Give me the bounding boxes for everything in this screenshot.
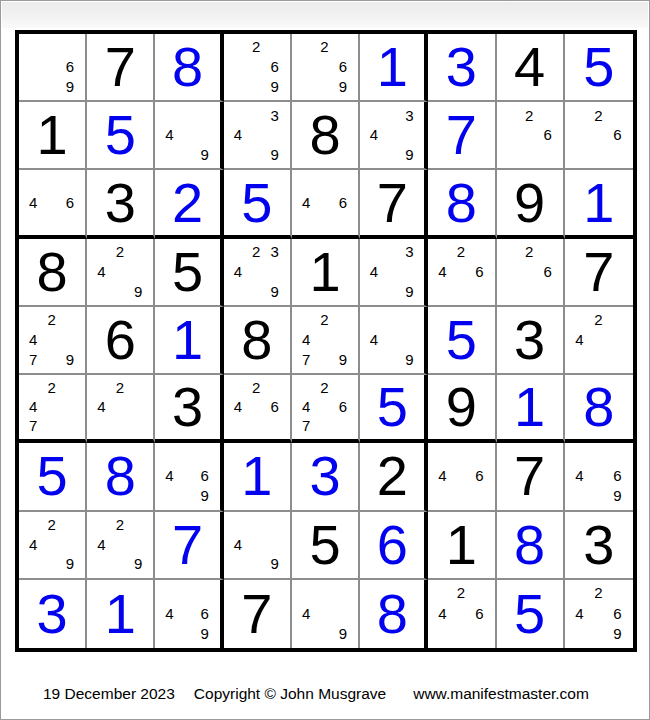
candidate-2: 2 — [247, 378, 265, 397]
cell-r9c7[interactable]: 246 — [428, 580, 496, 648]
cell-r3c8[interactable]: 9 — [497, 170, 565, 238]
candidate-grid: 26 — [497, 239, 563, 305]
cell-r4c8[interactable]: 26 — [497, 239, 565, 307]
candidate-grid: 269 — [292, 34, 358, 100]
candidate-6: 6 — [538, 261, 556, 281]
candidate-6: 6 — [61, 57, 79, 77]
cell-r5c5[interactable]: 2479 — [292, 307, 360, 375]
candidate-4: 4 — [229, 125, 247, 145]
candidate-grid: 249 — [87, 239, 153, 305]
cell-r6c4[interactable]: 246 — [224, 375, 292, 443]
cell-value: 3 — [514, 312, 545, 368]
cell-r7c5[interactable]: 3 — [292, 443, 360, 511]
cell-value: 1 — [37, 107, 68, 163]
cell-value: 9 — [446, 379, 477, 435]
cell-r6c9[interactable]: 8 — [565, 375, 633, 443]
cell-r8c3[interactable]: 7 — [155, 512, 223, 580]
candidate-9: 9 — [334, 624, 352, 644]
cell-r2c7[interactable]: 7 — [428, 102, 496, 170]
candidate-2: 2 — [42, 378, 60, 397]
cell-r8c1[interactable]: 249 — [19, 512, 87, 580]
candidate-4: 4 — [229, 534, 247, 554]
cell-r9c9[interactable]: 2469 — [565, 580, 633, 648]
cell-r3c6[interactable]: 7 — [360, 170, 428, 238]
cell-r5c6[interactable]: 49 — [360, 307, 428, 375]
cell-r3c5[interactable]: 46 — [292, 170, 360, 238]
cell-value: 8 — [37, 244, 68, 300]
sudoku-grid: 6978269269134515493498349726264632546789… — [15, 30, 637, 652]
candidate-9: 9 — [196, 486, 214, 506]
cell-value: 8 — [446, 175, 477, 231]
footer-copyright: Copyright © John Musgrave — [194, 685, 386, 702]
candidate-9: 9 — [265, 554, 283, 574]
cell-r7c8[interactable]: 7 — [497, 443, 565, 511]
candidate-grid: 349 — [360, 239, 424, 305]
cell-value: 2 — [172, 175, 203, 231]
cell-value: 6 — [105, 312, 136, 368]
cell-value: 8 — [105, 448, 136, 504]
cell-r6c6[interactable]: 5 — [360, 375, 428, 443]
cell-r5c9[interactable]: 24 — [565, 307, 633, 375]
candidate-4: 4 — [229, 397, 247, 416]
cell-value: 7 — [583, 244, 614, 300]
candidate-6: 6 — [334, 193, 352, 212]
cell-r7c2[interactable]: 8 — [87, 443, 155, 511]
cell-r2c6[interactable]: 349 — [360, 102, 428, 170]
candidate-4: 4 — [160, 466, 178, 486]
cell-value: 8 — [583, 379, 614, 435]
candidate-2: 2 — [42, 515, 60, 535]
candidate-2: 2 — [315, 378, 333, 397]
candidate-grid: 249 — [19, 512, 85, 578]
candidate-grid: 46 — [292, 170, 358, 234]
candidate-grid: 469 — [565, 443, 633, 509]
cell-value: 1 — [105, 586, 136, 642]
cell-r1c7[interactable]: 3 — [428, 34, 496, 102]
candidate-4: 4 — [297, 330, 315, 350]
cell-r8c7[interactable]: 1 — [428, 512, 496, 580]
cell-value: 1 — [172, 312, 203, 368]
cell-r3c1[interactable]: 46 — [19, 170, 87, 238]
cell-r5c8[interactable]: 3 — [497, 307, 565, 375]
cell-r8c4[interactable]: 49 — [224, 512, 292, 580]
cell-r9c2[interactable]: 1 — [87, 580, 155, 648]
cell-value: 3 — [37, 586, 68, 642]
cell-value: 7 — [514, 448, 545, 504]
cell-r1c6[interactable]: 1 — [360, 34, 428, 102]
candidate-6: 6 — [470, 261, 488, 281]
candidate-2: 2 — [589, 105, 608, 125]
cell-r1c9[interactable]: 5 — [565, 34, 633, 102]
cell-r4c9[interactable]: 7 — [565, 239, 633, 307]
cell-r9c1[interactable]: 3 — [19, 580, 87, 648]
candidate-2: 2 — [452, 583, 470, 603]
candidate-7: 7 — [297, 416, 315, 435]
cell-value: 7 — [241, 586, 272, 642]
candidate-grid: 247 — [19, 375, 85, 439]
title-bar — [2, 2, 648, 28]
candidate-2: 2 — [111, 242, 129, 262]
candidate-4: 4 — [433, 261, 451, 281]
candidate-grid: 2469 — [565, 580, 633, 648]
candidate-6: 6 — [608, 603, 627, 623]
candidate-2: 2 — [589, 583, 608, 603]
cell-value: 5 — [172, 244, 203, 300]
candidate-2: 2 — [520, 242, 538, 262]
candidate-grid: 46 — [428, 443, 494, 509]
candidate-9: 9 — [401, 145, 419, 165]
candidate-4: 4 — [365, 330, 383, 350]
candidate-6: 6 — [196, 603, 214, 623]
cell-r6c2[interactable]: 24 — [87, 375, 155, 443]
candidate-4: 4 — [160, 125, 178, 145]
cell-r4c7[interactable]: 246 — [428, 239, 496, 307]
candidate-6: 6 — [608, 466, 627, 486]
candidate-9: 9 — [61, 76, 79, 96]
candidate-7: 7 — [24, 349, 42, 369]
cell-r3c7[interactable]: 8 — [428, 170, 496, 238]
candidate-grid: 2467 — [292, 375, 358, 439]
cell-value: 8 — [514, 517, 545, 573]
cell-r3c9[interactable]: 1 — [565, 170, 633, 238]
candidate-grid: 24 — [87, 375, 153, 439]
candidate-4: 4 — [433, 466, 451, 486]
candidate-2: 2 — [315, 310, 333, 330]
candidate-2: 2 — [247, 242, 265, 262]
candidate-9: 9 — [401, 349, 419, 369]
cell-r2c2[interactable]: 5 — [87, 102, 155, 170]
candidate-grid: 69 — [19, 34, 85, 100]
candidate-grid: 46 — [19, 170, 85, 234]
cell-r3c3[interactable]: 2 — [155, 170, 223, 238]
cell-value: 3 — [446, 39, 477, 95]
candidate-6: 6 — [608, 125, 627, 145]
candidate-4: 4 — [433, 603, 451, 623]
cell-r5c7[interactable]: 5 — [428, 307, 496, 375]
candidate-grid: 26 — [497, 102, 563, 168]
cell-r2c9[interactable]: 26 — [565, 102, 633, 170]
cell-r6c5[interactable]: 2467 — [292, 375, 360, 443]
cell-r7c3[interactable]: 469 — [155, 443, 223, 511]
cell-r4c5[interactable]: 1 — [292, 239, 360, 307]
candidate-9: 9 — [265, 145, 283, 165]
candidate-grid: 49 — [360, 307, 424, 373]
candidate-9: 9 — [401, 281, 419, 301]
candidate-4: 4 — [297, 397, 315, 416]
candidate-grid: 246 — [428, 580, 494, 648]
candidate-6: 6 — [334, 397, 352, 416]
cell-r4c6[interactable]: 349 — [360, 239, 428, 307]
candidate-3: 3 — [265, 242, 283, 262]
candidate-4: 4 — [365, 125, 383, 145]
cell-value: 5 — [446, 312, 477, 368]
candidate-9: 9 — [265, 76, 283, 96]
cell-r4c4[interactable]: 2349 — [224, 239, 292, 307]
cell-r7c7[interactable]: 46 — [428, 443, 496, 511]
candidate-4: 4 — [24, 193, 42, 212]
candidate-2: 2 — [42, 310, 60, 330]
puzzle-page: 6978269269134515493498349726264632546789… — [0, 0, 650, 720]
cell-value: 8 — [309, 107, 340, 163]
cell-r9c6[interactable]: 8 — [360, 580, 428, 648]
cell-r7c1[interactable]: 5 — [19, 443, 87, 511]
cell-r1c8[interactable]: 4 — [497, 34, 565, 102]
candidate-9: 9 — [196, 145, 214, 165]
candidate-grid: 249 — [87, 512, 153, 578]
candidate-7: 7 — [297, 349, 315, 369]
cell-value: 3 — [105, 175, 136, 231]
candidate-9: 9 — [608, 486, 627, 506]
candidate-9: 9 — [608, 624, 627, 644]
candidate-9: 9 — [334, 76, 352, 96]
cell-r2c4[interactable]: 349 — [224, 102, 292, 170]
candidate-7: 7 — [24, 416, 42, 435]
candidate-grid: 49 — [224, 512, 290, 578]
cell-value: 5 — [105, 107, 136, 163]
candidate-grid: 469 — [155, 580, 219, 648]
cell-value: 1 — [583, 175, 614, 231]
cell-r6c7[interactable]: 9 — [428, 375, 496, 443]
cell-value: 5 — [241, 175, 272, 231]
candidate-4: 4 — [229, 261, 247, 281]
cell-r5c1[interactable]: 2479 — [19, 307, 87, 375]
cell-value: 5 — [377, 379, 408, 435]
cell-r7c6[interactable]: 2 — [360, 443, 428, 511]
cell-r4c2[interactable]: 249 — [87, 239, 155, 307]
cell-value: 7 — [172, 517, 203, 573]
cell-r8c8[interactable]: 8 — [497, 512, 565, 580]
candidate-3: 3 — [401, 105, 419, 125]
cell-r5c2[interactable]: 6 — [87, 307, 155, 375]
cell-r2c5[interactable]: 8 — [292, 102, 360, 170]
candidate-grid: 24 — [565, 307, 633, 373]
candidate-6: 6 — [196, 466, 214, 486]
candidate-2: 2 — [315, 37, 333, 57]
candidate-6: 6 — [470, 466, 488, 486]
cell-r5c3[interactable]: 1 — [155, 307, 223, 375]
cell-r1c2[interactable]: 7 — [87, 34, 155, 102]
cell-value: 7 — [377, 175, 408, 231]
cell-value: 1 — [241, 448, 272, 504]
candidate-2: 2 — [111, 515, 129, 535]
cell-r9c3[interactable]: 469 — [155, 580, 223, 648]
cell-value: 5 — [309, 517, 340, 573]
cell-value: 1 — [309, 244, 340, 300]
cell-value: 1 — [377, 39, 408, 95]
candidate-9: 9 — [61, 554, 79, 574]
cell-r9c5[interactable]: 49 — [292, 580, 360, 648]
cell-value: 1 — [514, 379, 545, 435]
cell-r2c3[interactable]: 49 — [155, 102, 223, 170]
candidate-4: 4 — [570, 603, 589, 623]
cell-r4c3[interactable]: 5 — [155, 239, 223, 307]
candidate-grid: 246 — [224, 375, 290, 439]
candidate-6: 6 — [265, 397, 283, 416]
cell-r2c1[interactable]: 1 — [19, 102, 87, 170]
candidate-4: 4 — [160, 603, 178, 623]
cell-r1c1[interactable]: 69 — [19, 34, 87, 102]
cell-value: 4 — [514, 39, 545, 95]
candidate-9: 9 — [196, 624, 214, 644]
cell-r8c6[interactable]: 6 — [360, 512, 428, 580]
cell-value: 5 — [37, 448, 68, 504]
candidate-6: 6 — [470, 603, 488, 623]
cell-value: 7 — [105, 39, 136, 95]
candidate-4: 4 — [92, 397, 110, 416]
candidate-4: 4 — [365, 261, 383, 281]
cell-value: 2 — [377, 448, 408, 504]
cell-value: 8 — [241, 312, 272, 368]
candidate-grid: 349 — [224, 102, 290, 168]
footer-site-url: www.manifestmaster.com — [413, 685, 589, 702]
candidate-9: 9 — [334, 349, 352, 369]
candidate-2: 2 — [247, 37, 265, 57]
candidate-4: 4 — [92, 261, 110, 281]
candidate-4: 4 — [24, 397, 42, 416]
cell-r4c1[interactable]: 8 — [19, 239, 87, 307]
cell-value: 3 — [583, 517, 614, 573]
candidate-9: 9 — [61, 349, 79, 369]
candidate-2: 2 — [589, 310, 608, 330]
candidate-6: 6 — [61, 193, 79, 212]
cell-r3c2[interactable]: 3 — [87, 170, 155, 238]
candidate-grid: 269 — [224, 34, 290, 100]
cell-r3c4[interactable]: 5 — [224, 170, 292, 238]
cell-value: 8 — [377, 586, 408, 642]
cell-r7c4[interactable]: 1 — [224, 443, 292, 511]
cell-r7c9[interactable]: 469 — [565, 443, 633, 511]
candidate-2: 2 — [452, 242, 470, 262]
candidate-6: 6 — [265, 57, 283, 77]
cell-r1c3[interactable]: 8 — [155, 34, 223, 102]
cell-r6c3[interactable]: 3 — [155, 375, 223, 443]
cell-value: 9 — [514, 175, 545, 231]
candidate-grid: 246 — [428, 239, 494, 305]
cell-r5c4[interactable]: 8 — [224, 307, 292, 375]
cell-value: 1 — [446, 517, 477, 573]
candidate-grid: 49 — [292, 580, 358, 648]
candidate-grid: 2479 — [292, 307, 358, 373]
cell-value: 5 — [514, 586, 545, 642]
cell-value: 3 — [172, 379, 203, 435]
cell-value: 3 — [309, 448, 340, 504]
candidate-4: 4 — [92, 534, 110, 554]
candidate-9: 9 — [265, 281, 283, 301]
cell-r6c1[interactable]: 247 — [19, 375, 87, 443]
cell-value: 7 — [446, 107, 477, 163]
candidate-4: 4 — [24, 534, 42, 554]
cell-r1c5[interactable]: 269 — [292, 34, 360, 102]
candidate-3: 3 — [265, 105, 283, 125]
candidate-grid: 26 — [565, 102, 633, 168]
cell-r9c4[interactable]: 7 — [224, 580, 292, 648]
cell-r1c4[interactable]: 269 — [224, 34, 292, 102]
cell-r2c8[interactable]: 26 — [497, 102, 565, 170]
candidate-4: 4 — [297, 193, 315, 212]
candidate-grid: 2349 — [224, 239, 290, 305]
candidate-grid: 2479 — [19, 307, 85, 373]
cell-r8c9[interactable]: 3 — [565, 512, 633, 580]
candidate-4: 4 — [570, 330, 589, 350]
cell-r8c2[interactable]: 249 — [87, 512, 155, 580]
cell-r6c8[interactable]: 1 — [497, 375, 565, 443]
footer-date: 19 December 2023 — [43, 685, 175, 702]
candidate-3: 3 — [401, 242, 419, 262]
candidate-9: 9 — [129, 554, 147, 574]
candidate-grid: 349 — [360, 102, 424, 168]
candidate-4: 4 — [570, 466, 589, 486]
candidate-grid: 469 — [155, 443, 219, 509]
candidate-4: 4 — [297, 603, 315, 623]
cell-value: 8 — [172, 39, 203, 95]
candidate-grid: 49 — [155, 102, 219, 168]
candidate-9: 9 — [129, 281, 147, 301]
candidate-6: 6 — [538, 125, 556, 145]
cell-value: 5 — [583, 39, 614, 95]
footer: 19 December 2023Copyright © John Musgrav… — [43, 685, 589, 703]
cell-r9c8[interactable]: 5 — [497, 580, 565, 648]
cell-r8c5[interactable]: 5 — [292, 512, 360, 580]
candidate-2: 2 — [111, 378, 129, 397]
cell-value: 6 — [377, 517, 408, 573]
candidate-6: 6 — [334, 57, 352, 77]
candidate-4: 4 — [24, 330, 42, 350]
candidate-2: 2 — [520, 105, 538, 125]
